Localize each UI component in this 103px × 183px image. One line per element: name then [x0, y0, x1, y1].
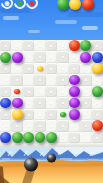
ball-purple[interactable]	[69, 75, 80, 86]
cloud-decoration	[3, 16, 19, 20]
incoming-ball-red	[14, 89, 20, 95]
board-cell[interactable]	[57, 97, 68, 108]
board-cell[interactable]	[0, 120, 11, 131]
board-cell[interactable]	[23, 97, 34, 108]
board-cell[interactable]	[92, 86, 103, 97]
top-bar	[0, 0, 103, 40]
board-cell[interactable]	[57, 40, 68, 51]
board-cell[interactable]	[0, 51, 11, 62]
board-cell[interactable]	[34, 132, 45, 143]
next-ball-red	[82, 0, 94, 10]
board-cell[interactable]	[0, 132, 11, 143]
board-cell[interactable]	[34, 109, 45, 120]
beach-ball-small-highlight	[49, 155, 52, 158]
board-cell[interactable]	[34, 63, 45, 74]
board-cell[interactable]	[80, 40, 91, 51]
board-cell[interactable]	[46, 74, 57, 85]
board-cell[interactable]	[11, 109, 22, 120]
ball-green[interactable]	[35, 132, 46, 143]
board-cell[interactable]	[46, 86, 57, 97]
ball-purple[interactable]	[69, 98, 80, 109]
board-cell[interactable]	[23, 63, 34, 74]
board-cell[interactable]	[92, 97, 103, 108]
ball-blue[interactable]	[0, 98, 11, 109]
board-cell[interactable]	[23, 74, 34, 85]
board-cell[interactable]	[69, 74, 80, 85]
board-cell[interactable]	[80, 86, 91, 97]
board-cell[interactable]	[46, 63, 57, 74]
board-cell[interactable]	[11, 97, 22, 108]
board-cell[interactable]	[92, 63, 103, 74]
board-cell[interactable]	[46, 51, 57, 62]
board-cell[interactable]	[69, 97, 80, 108]
board-cell[interactable]	[34, 120, 45, 131]
incoming-ball-yellow	[37, 66, 43, 72]
board-cell[interactable]	[69, 109, 80, 120]
board-cell[interactable]	[57, 63, 68, 74]
board-cell[interactable]	[80, 63, 91, 74]
ball-purple[interactable]	[69, 86, 80, 97]
board-cell[interactable]	[11, 51, 22, 62]
ball-yellow[interactable]	[12, 109, 23, 120]
restart-icon	[3, 0, 10, 7]
board-cell[interactable]	[0, 63, 11, 74]
board-cell[interactable]	[46, 109, 57, 120]
ball-purple[interactable]	[12, 98, 23, 109]
ball-green[interactable]	[80, 40, 91, 51]
board-cell[interactable]	[23, 132, 34, 143]
ball-green[interactable]	[23, 132, 34, 143]
board-cell[interactable]	[57, 120, 68, 131]
board-cell[interactable]	[23, 51, 34, 62]
ball-green[interactable]	[46, 132, 57, 143]
board-cell[interactable]	[80, 51, 91, 62]
board-cell[interactable]	[11, 74, 22, 85]
ball-purple[interactable]	[12, 52, 23, 63]
board-cell[interactable]	[46, 120, 57, 131]
board-cell[interactable]	[0, 97, 11, 108]
cloud-decoration	[55, 20, 77, 24]
board-cell[interactable]	[23, 109, 34, 120]
board-cell[interactable]	[92, 120, 103, 131]
board-cell[interactable]	[92, 109, 103, 120]
beach-scene	[0, 147, 103, 183]
cloud-decoration	[28, 30, 40, 33]
ball-blue[interactable]	[0, 132, 11, 143]
game-window	[0, 0, 103, 183]
board-cell[interactable]	[69, 63, 80, 74]
board-cell[interactable]	[69, 120, 80, 131]
cloud-decoration	[82, 26, 98, 30]
board-cell[interactable]	[0, 74, 11, 85]
ball-green[interactable]	[0, 52, 11, 63]
board-cell[interactable]	[34, 97, 45, 108]
board-cell[interactable]	[69, 86, 80, 97]
ball-purple[interactable]	[80, 52, 91, 63]
ball-yellow[interactable]	[92, 63, 103, 74]
board-cell[interactable]	[69, 40, 80, 51]
ball-purple[interactable]	[69, 109, 80, 120]
board-cell[interactable]	[34, 86, 45, 97]
board-cell[interactable]	[23, 40, 34, 51]
board-cell[interactable]	[34, 40, 45, 51]
board-cell[interactable]	[11, 63, 22, 74]
undo-icon	[16, 0, 23, 7]
board-cell[interactable]	[34, 74, 45, 85]
ball-red[interactable]	[92, 120, 103, 131]
board-cell[interactable]	[69, 132, 80, 143]
scene-sky-light	[55, 147, 103, 154]
board-cell[interactable]	[92, 74, 103, 85]
board-cell[interactable]	[57, 51, 68, 62]
board-cell[interactable]	[46, 132, 57, 143]
beach-ball-large	[24, 158, 38, 172]
board-cell[interactable]	[46, 97, 57, 108]
board-cell[interactable]	[80, 109, 91, 120]
board-cell[interactable]	[92, 51, 103, 62]
board-cell[interactable]	[80, 97, 91, 108]
board-cell[interactable]	[69, 51, 80, 62]
ball-blue[interactable]	[92, 52, 103, 63]
cloud-decoration	[68, 12, 103, 17]
board-cell[interactable]	[57, 109, 68, 120]
board-cell[interactable]	[34, 51, 45, 62]
next-ball-green	[57, 0, 69, 10]
board-cell[interactable]	[80, 74, 91, 85]
board-cell[interactable]	[23, 86, 34, 97]
incoming-ball-green	[60, 112, 66, 118]
beach-ball-small	[47, 153, 56, 162]
board-cell[interactable]	[23, 120, 34, 131]
beach-ball-large-highlight	[26, 160, 30, 164]
board-cell[interactable]	[11, 86, 22, 97]
ball-green[interactable]	[92, 86, 103, 97]
board-cell[interactable]	[0, 109, 11, 120]
board-cell[interactable]	[57, 86, 68, 97]
next-ball-yellow	[69, 0, 81, 10]
board-cell[interactable]	[0, 86, 11, 97]
board-cell[interactable]	[11, 132, 22, 143]
board-cell[interactable]	[80, 132, 91, 143]
board-cell[interactable]	[0, 40, 11, 51]
ball-green[interactable]	[12, 132, 23, 143]
board	[0, 40, 103, 143]
board-cell[interactable]	[57, 74, 68, 85]
board-cell[interactable]	[80, 120, 91, 131]
board-cell[interactable]	[57, 132, 68, 143]
timer-icon	[28, 0, 35, 7]
board-cell[interactable]	[11, 120, 22, 131]
ball-red[interactable]	[69, 40, 80, 51]
board-cell[interactable]	[92, 132, 103, 143]
board-cell[interactable]	[46, 40, 57, 51]
board-cell[interactable]	[92, 40, 103, 51]
board-cell[interactable]	[11, 40, 22, 51]
